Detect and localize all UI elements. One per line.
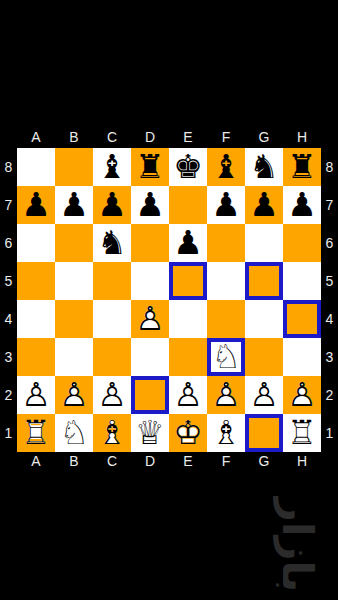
black-rook: ♜ (283, 148, 321, 186)
rank-labels-right: 87654321 (321, 148, 338, 452)
white-pawn: ♟♙ (169, 376, 207, 414)
file-label-a: A (17, 128, 55, 146)
black-pawn: ♟ (207, 186, 245, 224)
square-e1[interactable]: ♚♔ (169, 414, 207, 452)
rank-label-2: 2 (321, 376, 338, 414)
black-pawn: ♟ (283, 186, 321, 224)
file-label-e: E (169, 128, 207, 146)
square-d5[interactable] (131, 262, 169, 300)
chess-board: ♝♜♚♝♞♜♟♟♟♟♟♟♟♞♟♟♙♞♘♟♙♟♙♟♙♟♙♟♙♟♙♟♙♜♖♞♘♝♗♛… (17, 148, 321, 452)
square-d7[interactable]: ♟ (131, 186, 169, 224)
file-label-h: H (283, 128, 321, 146)
white-bishop: ♝♗ (207, 414, 245, 452)
white-pawn: ♟♙ (93, 376, 131, 414)
square-a5[interactable] (17, 262, 55, 300)
white-pawn: ♟♙ (283, 376, 321, 414)
file-label-g: G (245, 128, 283, 146)
square-d8[interactable]: ♜ (131, 148, 169, 186)
black-rook: ♜ (131, 148, 169, 186)
black-pawn: ♟ (17, 186, 55, 224)
square-h5[interactable] (283, 262, 321, 300)
rank-label-8: 8 (0, 148, 17, 186)
file-label-c: C (93, 452, 131, 470)
square-b8[interactable] (55, 148, 93, 186)
file-label-a: A (17, 452, 55, 470)
square-f8[interactable]: ♝ (207, 148, 245, 186)
file-labels-bottom: ABCDEFGH (17, 452, 321, 470)
square-c2[interactable]: ♟♙ (93, 376, 131, 414)
square-c4[interactable] (93, 300, 131, 338)
rank-label-2: 2 (0, 376, 17, 414)
file-label-b: B (55, 128, 93, 146)
square-d4[interactable]: ♟♙ (131, 300, 169, 338)
black-pawn: ♟ (169, 224, 207, 262)
square-c8[interactable]: ♝ (93, 148, 131, 186)
file-label-g: G (245, 452, 283, 470)
black-king: ♚ (169, 148, 207, 186)
square-b7[interactable]: ♟ (55, 186, 93, 224)
square-e3[interactable] (169, 338, 207, 376)
white-pawn: ♟♙ (131, 300, 169, 338)
black-pawn: ♟ (55, 186, 93, 224)
white-pawn: ♟♙ (245, 376, 283, 414)
square-b2[interactable]: ♟♙ (55, 376, 93, 414)
square-f6[interactable] (207, 224, 245, 262)
square-f3[interactable]: ♞♘ (207, 338, 245, 376)
white-queen: ♛♕ (131, 414, 169, 452)
square-g6[interactable] (245, 224, 283, 262)
square-b4[interactable] (55, 300, 93, 338)
square-f1[interactable]: ♝♗ (207, 414, 245, 452)
white-pawn: ♟♙ (55, 376, 93, 414)
square-e2[interactable]: ♟♙ (169, 376, 207, 414)
square-b5[interactable] (55, 262, 93, 300)
square-h7[interactable]: ♟ (283, 186, 321, 224)
rank-label-4: 4 (321, 300, 338, 338)
square-c3[interactable] (93, 338, 131, 376)
square-a2[interactable]: ♟♙ (17, 376, 55, 414)
square-h6[interactable] (283, 224, 321, 262)
file-labels-top: ABCDEFGH (17, 128, 321, 146)
black-knight: ♞ (93, 224, 131, 262)
white-knight: ♞♘ (55, 414, 93, 452)
file-label-d: D (131, 452, 169, 470)
rank-label-5: 5 (321, 262, 338, 300)
rank-label-6: 6 (321, 224, 338, 262)
file-label-b: B (55, 452, 93, 470)
square-e8[interactable]: ♚ (169, 148, 207, 186)
file-label-f: F (207, 128, 245, 146)
rank-label-1: 1 (0, 414, 17, 452)
square-b1[interactable]: ♞♘ (55, 414, 93, 452)
square-g1[interactable] (245, 414, 283, 452)
square-g5[interactable] (245, 262, 283, 300)
square-c7[interactable]: ♟ (93, 186, 131, 224)
rank-label-5: 5 (0, 262, 17, 300)
square-e5[interactable] (169, 262, 207, 300)
square-a8[interactable] (17, 148, 55, 186)
rank-label-1: 1 (321, 414, 338, 452)
square-a1[interactable]: ♜♖ (17, 414, 55, 452)
square-d6[interactable] (131, 224, 169, 262)
chess-app-screen: ABCDEFGH 87654321 ♝♜♚♝♞♜♟♟♟♟♟♟♟♞♟♟♙♞♘♟♙♟… (0, 0, 338, 600)
square-g4[interactable] (245, 300, 283, 338)
square-f5[interactable] (207, 262, 245, 300)
black-pawn: ♟ (93, 186, 131, 224)
square-h4[interactable] (283, 300, 321, 338)
white-rook: ♜♖ (283, 414, 321, 452)
square-a6[interactable] (17, 224, 55, 262)
black-bishop: ♝ (207, 148, 245, 186)
square-g2[interactable]: ♟♙ (245, 376, 283, 414)
square-g7[interactable]: ♟ (245, 186, 283, 224)
file-label-e: E (169, 452, 207, 470)
square-g3[interactable] (245, 338, 283, 376)
square-a4[interactable] (17, 300, 55, 338)
rank-label-8: 8 (321, 148, 338, 186)
file-label-f: F (207, 452, 245, 470)
white-king: ♚♔ (169, 414, 207, 452)
square-e7[interactable] (169, 186, 207, 224)
rank-label-4: 4 (0, 300, 17, 338)
square-h3[interactable] (283, 338, 321, 376)
rank-label-6: 6 (0, 224, 17, 262)
rank-label-7: 7 (0, 186, 17, 224)
black-knight: ♞ (245, 148, 283, 186)
square-b6[interactable] (55, 224, 93, 262)
square-c1[interactable]: ♝♗ (93, 414, 131, 452)
square-e6[interactable]: ♟ (169, 224, 207, 262)
white-bishop: ♝♗ (93, 414, 131, 452)
white-knight: ♞♘ (207, 338, 245, 376)
square-d2[interactable] (131, 376, 169, 414)
rank-labels-left: 87654321 (0, 148, 17, 452)
white-rook: ♜♖ (17, 414, 55, 452)
square-b3[interactable] (55, 338, 93, 376)
square-d1[interactable]: ♛♕ (131, 414, 169, 452)
white-pawn: ♟♙ (17, 376, 55, 414)
square-h2[interactable]: ♟♙ (283, 376, 321, 414)
square-f7[interactable]: ♟ (207, 186, 245, 224)
square-h8[interactable]: ♜ (283, 148, 321, 186)
square-f2[interactable]: ♟♙ (207, 376, 245, 414)
file-label-c: C (93, 128, 131, 146)
rank-label-3: 3 (0, 338, 17, 376)
square-d3[interactable] (131, 338, 169, 376)
rank-label-7: 7 (321, 186, 338, 224)
square-f4[interactable] (207, 300, 245, 338)
black-pawn: ♟ (131, 186, 169, 224)
rank-label-3: 3 (321, 338, 338, 376)
white-pawn: ♟♙ (207, 376, 245, 414)
square-a7[interactable]: ♟ (17, 186, 55, 224)
bazaar-watermark-logo: بازار (273, 498, 322, 592)
square-c5[interactable] (93, 262, 131, 300)
square-a3[interactable] (17, 338, 55, 376)
square-c6[interactable]: ♞ (93, 224, 131, 262)
black-bishop: ♝ (93, 148, 131, 186)
square-e4[interactable] (169, 300, 207, 338)
square-h1[interactable]: ♜♖ (283, 414, 321, 452)
black-pawn: ♟ (245, 186, 283, 224)
file-label-d: D (131, 128, 169, 146)
file-label-h: H (283, 452, 321, 470)
square-g8[interactable]: ♞ (245, 148, 283, 186)
